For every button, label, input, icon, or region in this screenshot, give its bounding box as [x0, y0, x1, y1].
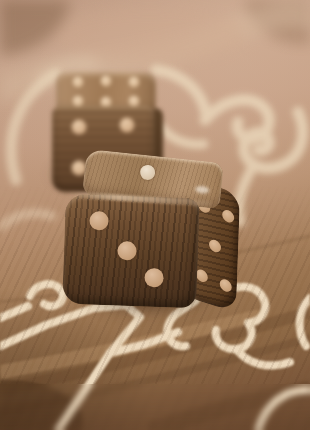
- pip: [120, 117, 135, 132]
- foreground-defocus: [0, 384, 310, 430]
- pip: [129, 95, 140, 106]
- dark-corner-top-left: [0, 0, 70, 56]
- front-die-front-face-three: [62, 194, 200, 309]
- pip: [196, 268, 208, 284]
- pip: [222, 209, 234, 225]
- pip: [73, 77, 84, 88]
- pip: [89, 211, 109, 231]
- front-die[interactable]: [62, 152, 238, 310]
- scroll-loop: [205, 100, 269, 139]
- pip: [71, 119, 86, 134]
- pip: [140, 165, 156, 181]
- pip: [117, 241, 137, 261]
- dark-corner-top-right: [246, 0, 310, 44]
- pip: [101, 76, 112, 87]
- dice-on-board-photo: [0, 0, 310, 430]
- pip: [209, 238, 221, 254]
- pip: [219, 278, 231, 294]
- pink-bokeh-patch: [55, 7, 245, 63]
- pip: [144, 268, 164, 288]
- scroll-curl-small: [162, 128, 204, 144]
- pip: [129, 77, 140, 88]
- scroll-spiral: [244, 112, 303, 168]
- pip: [73, 95, 84, 106]
